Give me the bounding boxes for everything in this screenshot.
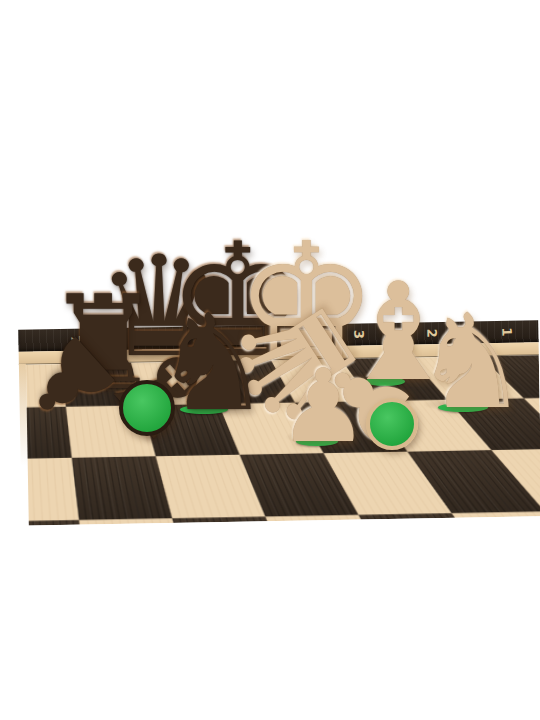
felt-base xyxy=(366,398,418,450)
felt-edge xyxy=(296,437,338,446)
product-photo: 7321 ♜♛♚♞♟♝♚♛♟♟♝♞ xyxy=(0,0,540,720)
felt-edge xyxy=(180,405,228,414)
pieces-layer: ♜♛♚♞♟♝♚♛♟♟♝♞ xyxy=(0,0,540,720)
piece-shadow xyxy=(244,346,348,362)
piece-dark-king: ♚ xyxy=(168,240,289,361)
felt-base xyxy=(119,380,175,436)
piece-light-queen-fallen: ♛ xyxy=(224,292,379,447)
felt-edge xyxy=(365,377,405,386)
felt-edge xyxy=(438,403,488,412)
piece-light-king: ♚ xyxy=(235,240,357,362)
